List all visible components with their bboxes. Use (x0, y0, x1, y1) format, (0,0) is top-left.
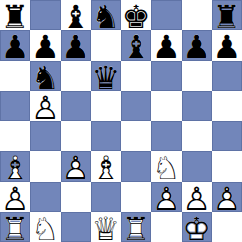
square-d1[interactable]: ♛♕ (91, 212, 121, 242)
piece-glyph: ♟ (1, 31, 30, 63)
square-e5[interactable] (121, 91, 151, 121)
piece-glyph-underlay: ♘ (31, 62, 60, 94)
square-a5[interactable] (0, 91, 30, 121)
square-e1[interactable]: ♜♖ (121, 212, 151, 242)
piece-white-pawn[interactable]: ♟♙ (30, 91, 60, 121)
piece-glyph-underlay: ♚ (182, 213, 211, 242)
piece-glyph-underlay: ♟ (61, 152, 90, 184)
square-c5[interactable] (61, 91, 91, 121)
piece-glyph: ♟ (61, 31, 90, 63)
piece-black-bishop[interactable]: ♗♝ (121, 30, 151, 60)
piece-glyph-underlay: ♞ (31, 213, 60, 242)
piece-glyph: ♙ (31, 92, 60, 124)
piece-glyph: ♘ (152, 152, 181, 184)
piece-black-pawn[interactable]: ♙♟ (30, 30, 60, 60)
square-h2[interactable]: ♟♙ (212, 182, 242, 212)
square-d5[interactable] (91, 91, 121, 121)
piece-black-pawn[interactable]: ♙♟ (151, 30, 181, 60)
square-c7[interactable]: ♙♟ (61, 30, 91, 60)
piece-glyph: ♙ (152, 183, 181, 215)
piece-white-rook[interactable]: ♜♖ (121, 212, 151, 242)
piece-white-pawn[interactable]: ♟♙ (0, 182, 30, 212)
square-g4[interactable] (182, 121, 212, 151)
square-f7[interactable]: ♙♟ (151, 30, 181, 60)
piece-glyph-underlay: ♟ (152, 183, 181, 215)
piece-glyph: ♙ (61, 152, 90, 184)
square-a8[interactable]: ♖♜ (0, 0, 30, 30)
piece-glyph-underlay: ♘ (92, 1, 121, 33)
piece-glyph-underlay: ♖ (1, 1, 30, 33)
piece-glyph-underlay: ♖ (213, 1, 242, 33)
piece-glyph-underlay: ♙ (182, 31, 211, 63)
piece-glyph: ♚ (122, 1, 151, 33)
piece-white-pawn[interactable]: ♟♙ (182, 182, 212, 212)
piece-glyph: ♖ (1, 213, 30, 242)
square-g1[interactable]: ♚♔ (182, 212, 212, 242)
piece-glyph: ♞ (92, 1, 121, 33)
square-a6[interactable] (0, 61, 30, 91)
piece-glyph-underlay: ♙ (31, 31, 60, 63)
piece-glyph-underlay: ♗ (61, 1, 90, 33)
piece-glyph-underlay: ♜ (122, 213, 151, 242)
square-b1[interactable]: ♞♘ (30, 212, 60, 242)
piece-glyph: ♙ (1, 183, 30, 215)
square-f5[interactable] (151, 91, 181, 121)
piece-black-pawn[interactable]: ♙♟ (212, 30, 242, 60)
piece-glyph: ♔ (182, 213, 211, 242)
piece-glyph: ♛ (92, 62, 121, 94)
square-b4[interactable] (30, 121, 60, 151)
piece-glyph: ♜ (1, 1, 30, 33)
piece-white-bishop[interactable]: ♝♗ (91, 151, 121, 181)
piece-black-knight[interactable]: ♘♞ (30, 61, 60, 91)
square-h1[interactable] (212, 212, 242, 242)
square-a3[interactable]: ♝♗ (0, 151, 30, 181)
square-f3[interactable]: ♞♘ (151, 151, 181, 181)
square-e6[interactable] (121, 61, 151, 91)
square-d6[interactable]: ♕♛ (91, 61, 121, 91)
piece-glyph-underlay: ♙ (61, 31, 90, 63)
piece-glyph-underlay: ♙ (1, 31, 30, 63)
piece-glyph: ♟ (213, 31, 242, 63)
square-c3[interactable]: ♟♙ (61, 151, 91, 181)
piece-glyph-underlay: ♗ (122, 31, 151, 63)
square-g7[interactable]: ♙♟ (182, 30, 212, 60)
piece-glyph-underlay: ♟ (182, 183, 211, 215)
square-a1[interactable]: ♜♖ (0, 212, 30, 242)
piece-black-pawn[interactable]: ♙♟ (0, 30, 30, 60)
square-a7[interactable]: ♙♟ (0, 30, 30, 60)
square-d4[interactable] (91, 121, 121, 151)
piece-glyph-underlay: ♟ (1, 183, 30, 215)
piece-glyph: ♟ (182, 31, 211, 63)
square-b8[interactable] (30, 0, 60, 30)
square-b2[interactable] (30, 182, 60, 212)
square-a4[interactable] (0, 121, 30, 151)
piece-glyph-underlay: ♙ (152, 31, 181, 63)
square-f6[interactable] (151, 61, 181, 91)
piece-glyph-underlay: ♙ (213, 31, 242, 63)
piece-black-rook[interactable]: ♖♜ (212, 0, 242, 30)
square-b3[interactable] (30, 151, 60, 181)
piece-white-king[interactable]: ♚♔ (182, 212, 212, 242)
square-b7[interactable]: ♙♟ (30, 30, 60, 60)
square-e4[interactable] (121, 121, 151, 151)
piece-glyph-underlay: ♝ (1, 152, 30, 184)
square-d3[interactable]: ♝♗ (91, 151, 121, 181)
square-b6[interactable]: ♘♞ (30, 61, 60, 91)
piece-glyph: ♝ (122, 31, 151, 63)
square-e2[interactable] (121, 182, 151, 212)
piece-black-queen[interactable]: ♕♛ (91, 61, 121, 91)
square-g8[interactable] (182, 0, 212, 30)
piece-black-bishop[interactable]: ♗♝ (61, 0, 91, 30)
square-d7[interactable] (91, 30, 121, 60)
square-f2[interactable]: ♟♙ (151, 182, 181, 212)
piece-black-king[interactable]: ♔♚ (121, 0, 151, 30)
piece-glyph-underlay: ♛ (92, 213, 121, 242)
square-h4[interactable] (212, 121, 242, 151)
piece-white-queen[interactable]: ♛♕ (91, 212, 121, 242)
piece-glyph: ♗ (1, 152, 30, 184)
chess-board-screenshot: ♖♜♗♝♘♞♔♚♖♜♙♟♙♟♙♟♗♝♙♟♙♟♙♟♘♞♕♛♟♙♝♗♟♙♝♗♞♘♟♙… (0, 0, 242, 242)
square-d2[interactable] (91, 182, 121, 212)
square-g2[interactable]: ♟♙ (182, 182, 212, 212)
square-f1[interactable] (151, 212, 181, 242)
square-c6[interactable] (61, 61, 91, 91)
piece-glyph: ♘ (31, 213, 60, 242)
square-h6[interactable] (212, 61, 242, 91)
square-g3[interactable] (182, 151, 212, 181)
square-c4[interactable] (61, 121, 91, 151)
piece-black-rook[interactable]: ♖♜ (0, 0, 30, 30)
piece-white-pawn[interactable]: ♟♙ (212, 182, 242, 212)
square-g6[interactable] (182, 61, 212, 91)
piece-glyph: ♗ (92, 152, 121, 184)
piece-black-knight[interactable]: ♘♞ (91, 0, 121, 30)
square-f8[interactable] (151, 0, 181, 30)
square-b5[interactable]: ♟♙ (30, 91, 60, 121)
piece-white-knight[interactable]: ♞♘ (151, 151, 181, 181)
piece-white-pawn[interactable]: ♟♙ (151, 182, 181, 212)
piece-black-pawn[interactable]: ♙♟ (61, 30, 91, 60)
piece-glyph-underlay: ♟ (213, 183, 242, 215)
piece-glyph: ♕ (92, 213, 121, 242)
square-e8[interactable]: ♔♚ (121, 0, 151, 30)
piece-glyph-underlay: ♕ (92, 62, 121, 94)
square-g5[interactable] (182, 91, 212, 121)
square-h8[interactable]: ♖♜ (212, 0, 242, 30)
piece-white-bishop[interactable]: ♝♗ (0, 151, 30, 181)
square-c2[interactable] (61, 182, 91, 212)
square-a2[interactable]: ♟♙ (0, 182, 30, 212)
piece-glyph: ♜ (213, 1, 242, 33)
piece-glyph: ♟ (31, 31, 60, 63)
square-h7[interactable]: ♙♟ (212, 30, 242, 60)
piece-glyph: ♟ (152, 31, 181, 63)
piece-glyph: ♝ (61, 1, 90, 33)
piece-white-rook[interactable]: ♜♖ (0, 212, 30, 242)
piece-glyph: ♙ (182, 183, 211, 215)
piece-glyph-underlay: ♜ (1, 213, 30, 242)
piece-glyph: ♖ (122, 213, 151, 242)
piece-white-pawn[interactable]: ♟♙ (61, 151, 91, 181)
square-h3[interactable] (212, 151, 242, 181)
piece-glyph-underlay: ♔ (122, 1, 151, 33)
square-f4[interactable] (151, 121, 181, 151)
piece-glyph: ♙ (213, 183, 242, 215)
piece-white-knight[interactable]: ♞♘ (30, 212, 60, 242)
square-c1[interactable] (61, 212, 91, 242)
piece-glyph-underlay: ♞ (152, 152, 181, 184)
square-d8[interactable]: ♘♞ (91, 0, 121, 30)
square-h5[interactable] (212, 91, 242, 121)
square-e3[interactable] (121, 151, 151, 181)
square-c8[interactable]: ♗♝ (61, 0, 91, 30)
square-e7[interactable]: ♗♝ (121, 30, 151, 60)
chess-board: ♖♜♗♝♘♞♔♚♖♜♙♟♙♟♙♟♗♝♙♟♙♟♙♟♘♞♕♛♟♙♝♗♟♙♝♗♞♘♟♙… (0, 0, 242, 242)
piece-glyph-underlay: ♝ (92, 152, 121, 184)
piece-glyph: ♞ (31, 62, 60, 94)
piece-black-pawn[interactable]: ♙♟ (182, 30, 212, 60)
piece-glyph-underlay: ♟ (31, 92, 60, 124)
